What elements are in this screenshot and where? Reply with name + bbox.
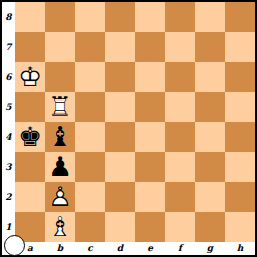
- square-c4[interactable]: [75, 122, 105, 152]
- rank-label-2: 2: [2, 182, 15, 212]
- square-h8[interactable]: [225, 2, 255, 32]
- file-label-b: b: [45, 242, 75, 255]
- square-e2[interactable]: [135, 182, 165, 212]
- white-to-move-indicator: [4, 235, 25, 256]
- square-d1[interactable]: [105, 212, 135, 242]
- square-g1[interactable]: [195, 212, 225, 242]
- square-c1[interactable]: [75, 212, 105, 242]
- square-e7[interactable]: [135, 32, 165, 62]
- rank-label-3: 3: [2, 152, 15, 182]
- black-pawn-fill: ♙: [45, 152, 75, 182]
- square-b5[interactable]: ♜♖: [45, 92, 75, 122]
- white-bishop[interactable]: ♗: [45, 212, 75, 242]
- file-label-d: d: [105, 242, 135, 255]
- square-c7[interactable]: [75, 32, 105, 62]
- square-b7[interactable]: [45, 32, 75, 62]
- square-a2[interactable]: [15, 182, 45, 212]
- rank-label-6: 6: [2, 62, 15, 92]
- square-a4[interactable]: ♔♚: [15, 122, 45, 152]
- rank-label-8: 8: [2, 2, 15, 32]
- black-king[interactable]: ♚: [15, 122, 45, 152]
- white-king[interactable]: ♔: [15, 62, 45, 92]
- square-c5[interactable]: [75, 92, 105, 122]
- square-c8[interactable]: [75, 2, 105, 32]
- square-f1[interactable]: [165, 212, 195, 242]
- file-label-f: f: [165, 242, 195, 255]
- square-d7[interactable]: [105, 32, 135, 62]
- square-f8[interactable]: [165, 2, 195, 32]
- square-h4[interactable]: [225, 122, 255, 152]
- square-d2[interactable]: [105, 182, 135, 212]
- square-h7[interactable]: [225, 32, 255, 62]
- square-g4[interactable]: [195, 122, 225, 152]
- square-f2[interactable]: [165, 182, 195, 212]
- rank-labels: 87654321: [2, 2, 15, 242]
- square-f6[interactable]: [165, 62, 195, 92]
- square-c2[interactable]: [75, 182, 105, 212]
- square-b6[interactable]: [45, 62, 75, 92]
- square-a5[interactable]: [15, 92, 45, 122]
- square-g8[interactable]: [195, 2, 225, 32]
- square-g6[interactable]: [195, 62, 225, 92]
- square-h1[interactable]: [225, 212, 255, 242]
- square-d4[interactable]: [105, 122, 135, 152]
- white-pawn[interactable]: ♙: [45, 182, 75, 212]
- file-label-e: e: [135, 242, 165, 255]
- square-e1[interactable]: [135, 212, 165, 242]
- file-label-h: h: [225, 242, 255, 255]
- white-rook[interactable]: ♖: [45, 92, 75, 122]
- square-d6[interactable]: [105, 62, 135, 92]
- black-king-fill: ♔: [15, 122, 45, 152]
- square-g7[interactable]: [195, 32, 225, 62]
- square-e4[interactable]: [135, 122, 165, 152]
- chess-diagram: 87654321 ♚♔♜♖♔♚♗♝♙♟♟♙♝♗ abcdefgh: [0, 0, 257, 257]
- square-g5[interactable]: [195, 92, 225, 122]
- square-e6[interactable]: [135, 62, 165, 92]
- board[interactable]: ♚♔♜♖♔♚♗♝♙♟♟♙♝♗: [15, 2, 255, 242]
- square-g2[interactable]: [195, 182, 225, 212]
- square-b3[interactable]: ♙♟: [45, 152, 75, 182]
- square-d3[interactable]: [105, 152, 135, 182]
- white-rook-fill: ♜: [45, 92, 75, 122]
- file-label-c: c: [75, 242, 105, 255]
- rank-label-4: 4: [2, 122, 15, 152]
- square-f3[interactable]: [165, 152, 195, 182]
- white-king-fill: ♚: [15, 62, 45, 92]
- white-pawn-fill: ♟: [45, 182, 75, 212]
- black-bishop-fill: ♗: [45, 122, 75, 152]
- square-a7[interactable]: [15, 32, 45, 62]
- square-a6[interactable]: ♚♔: [15, 62, 45, 92]
- black-pawn[interactable]: ♟: [45, 152, 75, 182]
- square-e8[interactable]: [135, 2, 165, 32]
- square-h6[interactable]: [225, 62, 255, 92]
- square-h2[interactable]: [225, 182, 255, 212]
- white-bishop-fill: ♝: [45, 212, 75, 242]
- square-b8[interactable]: [45, 2, 75, 32]
- square-b1[interactable]: ♝♗: [45, 212, 75, 242]
- square-a3[interactable]: [15, 152, 45, 182]
- file-labels: abcdefgh: [15, 242, 255, 255]
- square-f7[interactable]: [165, 32, 195, 62]
- square-f4[interactable]: [165, 122, 195, 152]
- square-d5[interactable]: [105, 92, 135, 122]
- square-g3[interactable]: [195, 152, 225, 182]
- file-label-g: g: [195, 242, 225, 255]
- black-bishop[interactable]: ♝: [45, 122, 75, 152]
- square-c3[interactable]: [75, 152, 105, 182]
- square-b4[interactable]: ♗♝: [45, 122, 75, 152]
- square-f5[interactable]: [165, 92, 195, 122]
- rank-label-5: 5: [2, 92, 15, 122]
- square-h3[interactable]: [225, 152, 255, 182]
- square-e3[interactable]: [135, 152, 165, 182]
- square-c6[interactable]: [75, 62, 105, 92]
- square-e5[interactable]: [135, 92, 165, 122]
- square-b2[interactable]: ♟♙: [45, 182, 75, 212]
- rank-label-7: 7: [2, 32, 15, 62]
- square-a8[interactable]: [15, 2, 45, 32]
- square-d8[interactable]: [105, 2, 135, 32]
- square-h5[interactable]: [225, 92, 255, 122]
